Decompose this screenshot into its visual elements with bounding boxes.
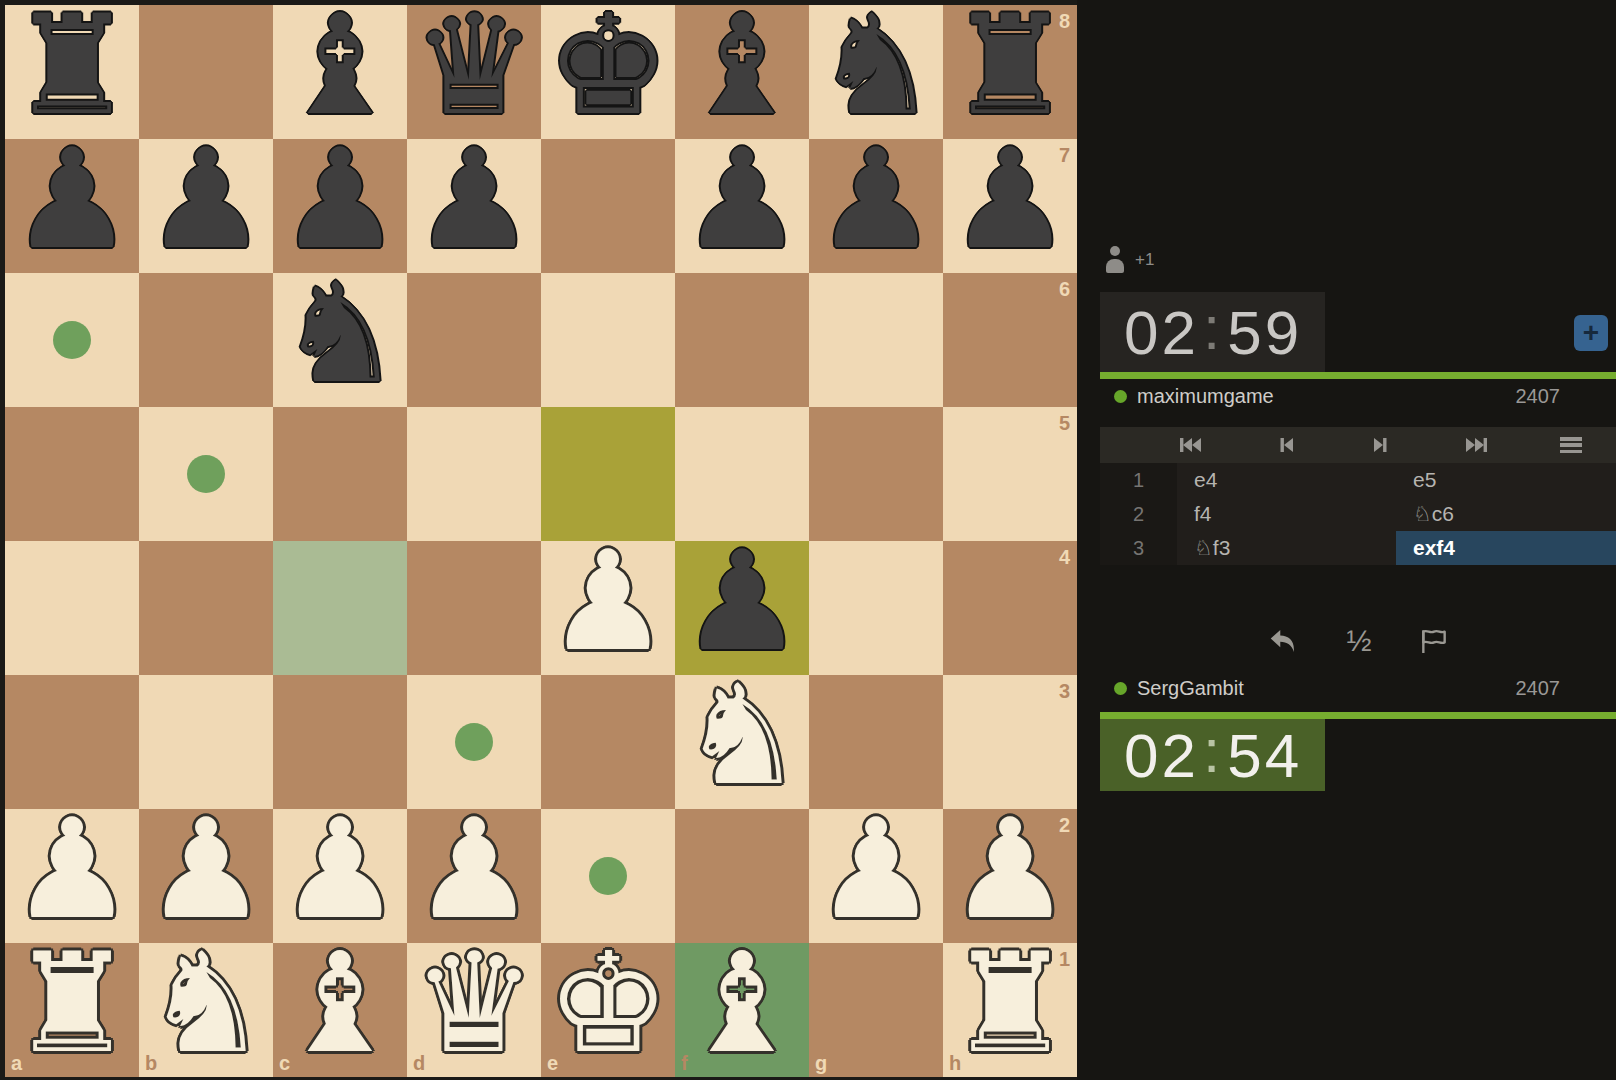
move-number: 3 [1100, 531, 1177, 565]
coord-rank-1: 1 [1059, 949, 1070, 969]
online-indicator [1114, 390, 1127, 403]
square-g4[interactable] [809, 541, 943, 675]
coord-file-c: c [279, 1053, 290, 1073]
coord-file-e: e [547, 1053, 558, 1073]
move-white-2[interactable]: f4 [1177, 497, 1396, 531]
square-c1[interactable]: ♝c [273, 943, 407, 1077]
square-g1[interactable]: g [809, 943, 943, 1077]
draw-offer-button[interactable]: ½ [1346, 626, 1371, 656]
black-pawn[interactable]: ♟ [814, 131, 938, 269]
move-number: 2 [1100, 497, 1177, 531]
game-sidebar: +1 02:59 + maximumgame 2407 [1077, 0, 1616, 1080]
coord-file-d: d [413, 1053, 425, 1073]
white-pawn[interactable]: ♟ [278, 801, 402, 939]
coord-rank-4: 4 [1059, 547, 1070, 567]
black-pawn[interactable]: ♟ [412, 131, 536, 269]
white-pawn[interactable]: ♟ [948, 801, 1072, 939]
coord-rank-3: 3 [1059, 681, 1070, 701]
white-rook[interactable]: ♜ [10, 935, 134, 1073]
move-row: 1 e4 e5 [1100, 463, 1616, 497]
white-rook[interactable]: ♜ [948, 935, 1072, 1073]
square-h7[interactable]: ♟7 [943, 139, 1077, 273]
takeback-icon[interactable] [1266, 626, 1300, 656]
move-black-3-current[interactable]: exf4 [1396, 531, 1616, 565]
player-clock-active: 02:54 [1100, 719, 1325, 791]
first-move-button[interactable] [1178, 433, 1202, 457]
clock-colon: : [1199, 292, 1227, 363]
coord-rank-6: 6 [1059, 279, 1070, 299]
square-g6[interactable] [809, 273, 943, 407]
square-f6[interactable] [675, 273, 809, 407]
give-more-time-button[interactable]: + [1574, 315, 1608, 351]
move-destination-dot[interactable] [455, 723, 493, 761]
move-destination-dot[interactable] [187, 455, 225, 493]
square-h6[interactable]: 6 [943, 273, 1077, 407]
square-d4[interactable] [407, 541, 541, 675]
square-g2[interactable]: ♟ [809, 809, 943, 943]
white-queen[interactable]: ♛ [412, 935, 536, 1073]
square-h4[interactable]: 4 [943, 541, 1077, 675]
opponent-clock-seconds: 59 [1227, 297, 1302, 368]
player-clock-seconds: 54 [1227, 720, 1302, 791]
move-navigation-bar [1100, 427, 1616, 463]
player-row: SergGambit 2407 [1100, 670, 1616, 706]
player-rating: 2407 [1516, 677, 1561, 700]
move-black-2[interactable]: ♘c6 [1396, 497, 1616, 531]
square-c6[interactable]: ♞ [273, 273, 407, 407]
square-b6[interactable] [139, 273, 273, 407]
white-pawn[interactable]: ♟ [10, 801, 134, 939]
player-time-progress-bar [1100, 712, 1616, 719]
coord-file-g: g [815, 1053, 827, 1073]
square-h1[interactable]: ♜h1 [943, 943, 1077, 1077]
white-bishop[interactable]: ♝ [680, 935, 804, 1073]
coord-file-f: f [681, 1053, 688, 1073]
black-knight[interactable]: ♞ [278, 265, 402, 403]
square-c4[interactable] [273, 541, 407, 675]
black-rook[interactable]: ♜ [948, 0, 1072, 135]
square-b5[interactable] [139, 407, 273, 541]
square-e4[interactable]: ♟ [541, 541, 675, 675]
coord-rank-7: 7 [1059, 145, 1070, 165]
coord-rank-5: 5 [1059, 413, 1070, 433]
chess-board[interactable]: ♜♝♛♚♝♞♜8♟♟♟♟♟♟♟7♞65♟♟4♞3♟♟♟♟♟♟2♜a♞b♝c♛d♚… [5, 5, 1077, 1077]
coord-file-b: b [145, 1053, 157, 1073]
black-pawn[interactable]: ♟ [278, 131, 402, 269]
white-pawn[interactable]: ♟ [144, 801, 268, 939]
square-e8[interactable]: ♚ [541, 5, 675, 139]
square-d1[interactable]: ♛d [407, 943, 541, 1077]
square-f7[interactable]: ♟ [675, 139, 809, 273]
black-king[interactable]: ♚ [546, 0, 670, 135]
white-king[interactable]: ♚ [546, 935, 670, 1073]
online-indicator [1114, 682, 1127, 695]
black-pawn[interactable]: ♟ [10, 131, 134, 269]
white-pawn[interactable]: ♟ [412, 801, 536, 939]
chess-board-frame: ♜♝♛♚♝♞♜8♟♟♟♟♟♟♟7♞65♟♟4♞3♟♟♟♟♟♟2♜a♞b♝c♛d♚… [0, 0, 1077, 1080]
coord-file-h: h [949, 1053, 961, 1073]
square-e6[interactable] [541, 273, 675, 407]
move-destination-dot[interactable] [53, 321, 91, 359]
black-pawn[interactable]: ♟ [948, 131, 1072, 269]
white-knight[interactable]: ♞ [144, 935, 268, 1073]
move-list: 1 e4 e5 2 f4 ♘c6 3 ♘f3 exf4 [1100, 463, 1616, 565]
spectator-count: +1 [1135, 250, 1154, 270]
white-pawn[interactable]: ♟ [546, 533, 670, 671]
square-e3[interactable] [541, 675, 675, 809]
player-name[interactable]: SergGambit [1137, 677, 1244, 700]
square-e1[interactable]: ♚e [541, 943, 675, 1077]
square-h5[interactable]: 5 [943, 407, 1077, 541]
square-e7[interactable] [541, 139, 675, 273]
white-pawn[interactable]: ♟ [814, 801, 938, 939]
coord-rank-8: 8 [1059, 11, 1070, 31]
move-black-1[interactable]: e5 [1396, 463, 1616, 497]
coord-file-a: a [11, 1053, 22, 1073]
opponent-rating: 2407 [1516, 385, 1561, 408]
square-a4[interactable] [5, 541, 139, 675]
black-pawn[interactable]: ♟ [680, 131, 804, 269]
square-c5[interactable] [273, 407, 407, 541]
spectators: +1 [1105, 246, 1154, 274]
move-destination-dot[interactable] [589, 857, 627, 895]
square-d5[interactable] [407, 407, 541, 541]
square-f1[interactable]: ♝f [675, 943, 809, 1077]
resign-flag-icon[interactable] [1418, 626, 1450, 656]
clock-colon: : [1199, 715, 1227, 786]
black-queen[interactable]: ♛ [412, 0, 536, 135]
square-f3[interactable]: ♞ [675, 675, 809, 809]
black-pawn[interactable]: ♟ [680, 533, 804, 671]
coord-rank-2: 2 [1059, 815, 1070, 835]
black-pawn[interactable]: ♟ [144, 131, 268, 269]
player-clock-minutes: 02 [1124, 720, 1199, 791]
square-b1[interactable]: ♞b [139, 943, 273, 1077]
opponent-clock: 02:59 [1100, 292, 1325, 372]
move-number: 1 [1100, 463, 1177, 497]
next-move-button[interactable] [1369, 433, 1393, 457]
opponent-clock-minutes: 02 [1124, 297, 1199, 368]
black-rook[interactable]: ♜ [10, 0, 134, 135]
square-a6[interactable] [5, 273, 139, 407]
black-bishop[interactable]: ♝ [680, 0, 804, 135]
black-knight[interactable]: ♞ [814, 0, 938, 135]
menu-icon[interactable] [1560, 433, 1582, 457]
square-g7[interactable]: ♟ [809, 139, 943, 273]
opponent-player-row: maximumgame 2407 [1100, 378, 1616, 414]
opponent-name[interactable]: maximumgame [1137, 385, 1274, 408]
square-g5[interactable] [809, 407, 943, 541]
white-bishop[interactable]: ♝ [278, 935, 402, 1073]
move-white-3[interactable]: ♘f3 [1177, 531, 1396, 565]
white-knight[interactable]: ♞ [680, 667, 804, 805]
square-b7[interactable]: ♟ [139, 139, 273, 273]
move-white-1[interactable]: e4 [1177, 463, 1396, 497]
last-move-button[interactable] [1465, 433, 1489, 457]
square-a1[interactable]: ♜a [5, 943, 139, 1077]
move-row: 3 ♘f3 exf4 [1100, 531, 1616, 565]
square-a7[interactable]: ♟ [5, 139, 139, 273]
square-a5[interactable] [5, 407, 139, 541]
move-row: 2 f4 ♘c6 [1100, 497, 1616, 531]
square-b4[interactable] [139, 541, 273, 675]
game-action-buttons: ½ [1100, 612, 1616, 670]
black-bishop[interactable]: ♝ [278, 0, 402, 135]
square-d7[interactable]: ♟ [407, 139, 541, 273]
spectator-icon [1105, 246, 1125, 274]
square-d6[interactable] [407, 273, 541, 407]
previous-move-button[interactable] [1274, 433, 1298, 457]
